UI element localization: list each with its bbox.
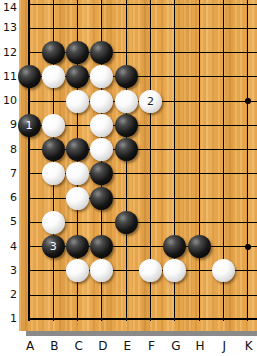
row-label-3: 3 <box>0 263 17 279</box>
row-label-7: 7 <box>0 166 17 182</box>
white-stone-B7[interactable] <box>42 162 65 185</box>
grid-vline-K <box>247 0 248 321</box>
row-label-13: 13 <box>0 20 17 36</box>
white-stone-D10[interactable] <box>90 90 113 113</box>
grid-vline-A <box>28 0 30 321</box>
go-board-diagram: 1413121110987654321ABCDEFGHJK132 <box>0 0 257 356</box>
black-stone-C12[interactable] <box>66 41 89 64</box>
column-label-J: J <box>214 338 234 354</box>
white-stone-B9[interactable] <box>42 114 65 137</box>
row-label-2: 2 <box>0 287 17 303</box>
column-label-E: E <box>117 338 137 354</box>
black-stone-B8[interactable] <box>42 138 65 161</box>
star-point-K4 <box>245 244 251 250</box>
black-stone-H4[interactable] <box>188 235 211 258</box>
black-stone-A11[interactable] <box>18 65 41 88</box>
black-stone-E8[interactable] <box>115 138 138 161</box>
white-stone-E10[interactable] <box>115 90 138 113</box>
black-stone-C4[interactable] <box>66 235 89 258</box>
black-stone-B4[interactable]: 3 <box>42 235 65 258</box>
white-stone-J3[interactable] <box>212 259 235 282</box>
white-stone-F10[interactable]: 2 <box>139 90 162 113</box>
black-stone-A9[interactable]: 1 <box>18 114 41 137</box>
column-label-C: C <box>69 338 89 354</box>
column-label-G: G <box>166 338 186 354</box>
row-label-12: 12 <box>0 45 17 61</box>
column-label-A: A <box>20 338 40 354</box>
row-label-9: 9 <box>0 117 17 133</box>
row-label-10: 10 <box>0 93 17 109</box>
column-label-H: H <box>190 338 210 354</box>
black-stone-E9[interactable] <box>115 114 138 137</box>
black-stone-C8[interactable] <box>66 138 89 161</box>
column-label-B: B <box>44 338 64 354</box>
black-stone-E5[interactable] <box>115 211 138 234</box>
move-number-1: 1 <box>18 114 41 137</box>
white-stone-C6[interactable] <box>66 187 89 210</box>
board-shadow <box>26 331 257 336</box>
white-stone-C10[interactable] <box>66 90 89 113</box>
move-number-3: 3 <box>42 235 65 258</box>
column-label-F: F <box>142 338 162 354</box>
row-label-5: 5 <box>0 214 17 230</box>
move-number-2: 2 <box>139 90 162 113</box>
row-label-4: 4 <box>0 239 17 255</box>
star-point-K10 <box>245 98 251 104</box>
row-label-8: 8 <box>0 142 17 158</box>
black-stone-B12[interactable] <box>42 41 65 64</box>
white-stone-B11[interactable] <box>42 65 65 88</box>
column-label-K: K <box>239 338 257 354</box>
column-label-D: D <box>93 338 113 354</box>
row-label-1: 1 <box>0 311 17 327</box>
row-label-14: 14 <box>0 0 17 16</box>
black-stone-E11[interactable] <box>115 65 138 88</box>
white-stone-B5[interactable] <box>42 211 65 234</box>
row-label-6: 6 <box>0 190 17 206</box>
black-stone-D6[interactable] <box>90 187 113 210</box>
row-label-11: 11 <box>0 69 17 85</box>
white-stone-D9[interactable] <box>90 114 113 137</box>
grid-vline-H <box>199 0 200 321</box>
